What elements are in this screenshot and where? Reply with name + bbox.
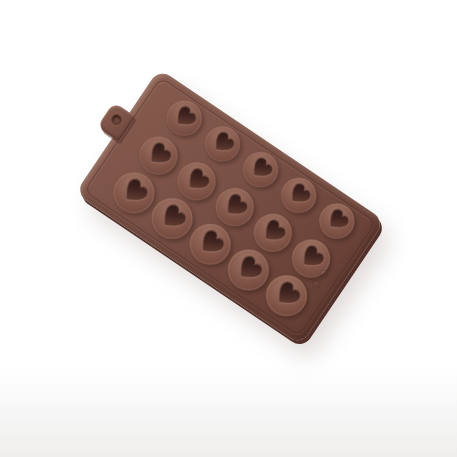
cavity-grid [102, 86, 368, 327]
hanging-tab [97, 102, 135, 141]
photo-background [0, 0, 457, 457]
tab-hole [111, 114, 122, 125]
chocolate-mold [75, 69, 384, 345]
